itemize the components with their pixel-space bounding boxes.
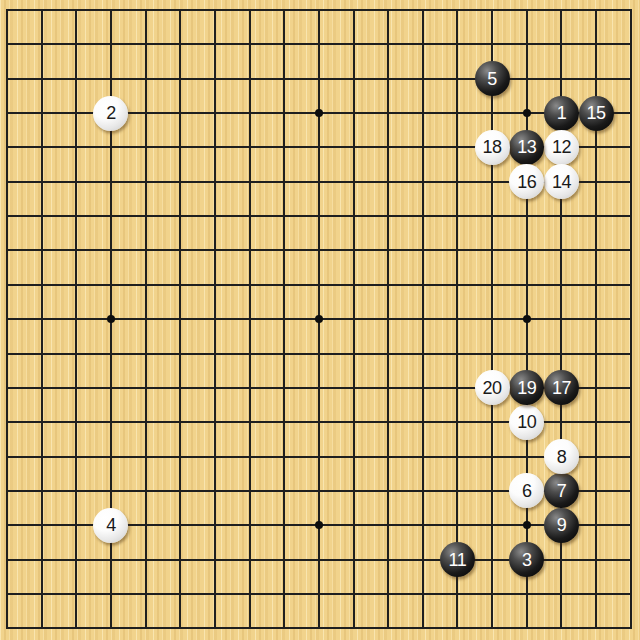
grid-line-vertical bbox=[456, 9, 458, 629]
move-number-label: 7 bbox=[557, 482, 567, 500]
grid-line-vertical bbox=[630, 9, 632, 629]
stone-black-R5: 7 bbox=[544, 473, 579, 508]
move-number-label: 8 bbox=[557, 448, 567, 466]
move-number-label: 9 bbox=[557, 516, 567, 534]
stone-black-S16: 15 bbox=[579, 96, 614, 131]
move-number-label: 10 bbox=[517, 413, 536, 431]
grid-line-horizontal bbox=[6, 627, 632, 629]
stone-black-Q15: 13 bbox=[509, 130, 544, 165]
grid-line-horizontal bbox=[6, 353, 632, 355]
move-number-label: 2 bbox=[106, 104, 116, 122]
grid-line-horizontal bbox=[6, 593, 632, 595]
stone-white-Q7: 10 bbox=[509, 405, 544, 440]
stone-white-D4: 4 bbox=[93, 508, 128, 543]
move-number-label: 20 bbox=[483, 379, 502, 397]
stone-black-Q8: 19 bbox=[509, 370, 544, 405]
stone-white-R14: 14 bbox=[544, 164, 579, 199]
grid-line-vertical bbox=[387, 9, 389, 629]
stone-white-R15: 12 bbox=[544, 130, 579, 165]
star-point bbox=[315, 521, 323, 529]
move-number-label: 15 bbox=[587, 104, 606, 122]
stone-black-R4: 9 bbox=[544, 508, 579, 543]
move-number-label: 3 bbox=[522, 551, 532, 569]
stone-black-Q3: 3 bbox=[509, 542, 544, 577]
move-number-label: 1 bbox=[557, 104, 567, 122]
move-number-label: 14 bbox=[552, 173, 571, 191]
move-number-label: 11 bbox=[449, 551, 467, 569]
move-number-label: 17 bbox=[552, 379, 571, 397]
move-number-label: 13 bbox=[517, 138, 536, 156]
star-point bbox=[523, 109, 531, 117]
star-point bbox=[107, 315, 115, 323]
stone-black-R16: 1 bbox=[544, 96, 579, 131]
grid-line-vertical bbox=[491, 9, 493, 629]
stone-black-O3: 11 bbox=[440, 542, 475, 577]
move-number-label: 18 bbox=[483, 138, 502, 156]
grid-line-vertical bbox=[353, 9, 355, 629]
move-number-label: 6 bbox=[522, 482, 532, 500]
stone-white-R6: 8 bbox=[544, 439, 579, 474]
star-point bbox=[315, 109, 323, 117]
stone-white-P15: 18 bbox=[475, 130, 510, 165]
stone-white-D16: 2 bbox=[93, 96, 128, 131]
star-point bbox=[523, 315, 531, 323]
move-number-label: 16 bbox=[517, 173, 536, 191]
stone-white-P8: 20 bbox=[475, 370, 510, 405]
stone-white-Q14: 16 bbox=[509, 164, 544, 199]
star-point bbox=[523, 521, 531, 529]
stone-black-P17: 5 bbox=[475, 61, 510, 96]
move-number-label: 4 bbox=[106, 516, 116, 534]
stone-white-Q5: 6 bbox=[509, 473, 544, 508]
go-diagram: 1234567891011121314151617181920 bbox=[0, 0, 640, 640]
go-board[interactable]: 1234567891011121314151617181920 bbox=[0, 0, 640, 640]
move-number-label: 19 bbox=[517, 379, 536, 397]
grid-line-vertical bbox=[422, 9, 424, 629]
grid-line-horizontal bbox=[6, 456, 632, 458]
move-number-label: 12 bbox=[552, 138, 571, 156]
star-point bbox=[315, 315, 323, 323]
move-number-label: 5 bbox=[487, 70, 497, 88]
stone-black-R8: 17 bbox=[544, 370, 579, 405]
